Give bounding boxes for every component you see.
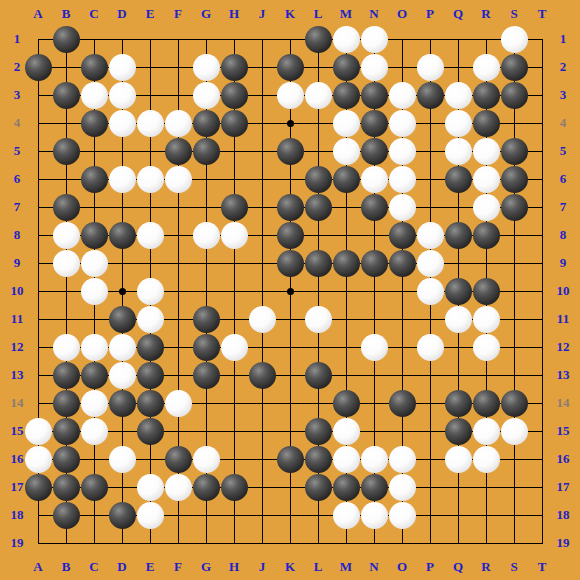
black-stone[interactable]	[333, 474, 360, 501]
row-label: 14	[548, 395, 578, 410]
black-stone[interactable]	[389, 250, 416, 277]
white-stone[interactable]	[165, 474, 192, 501]
row-label: 18	[548, 507, 578, 522]
white-stone[interactable]	[333, 502, 360, 529]
white-stone[interactable]	[501, 418, 528, 445]
white-stone[interactable]	[445, 82, 472, 109]
row-label: 13	[2, 367, 32, 382]
row-label: 10	[548, 283, 578, 298]
white-stone[interactable]	[109, 82, 136, 109]
black-stone[interactable]	[53, 82, 80, 109]
black-stone[interactable]	[361, 474, 388, 501]
white-stone[interactable]	[109, 166, 136, 193]
row-label: 5	[548, 143, 578, 158]
white-stone[interactable]	[305, 82, 332, 109]
white-stone[interactable]	[221, 334, 248, 361]
black-stone[interactable]	[361, 82, 388, 109]
row-label: 15	[548, 423, 578, 438]
black-stone[interactable]	[333, 166, 360, 193]
row-label: 7	[548, 199, 578, 214]
black-stone[interactable]	[305, 474, 332, 501]
column-label: P	[416, 6, 444, 21]
white-stone[interactable]	[389, 166, 416, 193]
white-stone[interactable]	[305, 306, 332, 333]
black-stone[interactable]	[473, 110, 500, 137]
black-stone[interactable]	[501, 166, 528, 193]
black-stone[interactable]	[221, 474, 248, 501]
column-label: A	[24, 559, 52, 574]
column-label: N	[360, 6, 388, 21]
row-label: 4	[548, 115, 578, 130]
black-stone[interactable]	[501, 54, 528, 81]
column-label: Q	[444, 559, 472, 574]
white-stone[interactable]	[277, 82, 304, 109]
row-label: 3	[548, 87, 578, 102]
column-label: K	[276, 6, 304, 21]
black-stone[interactable]	[81, 166, 108, 193]
white-stone[interactable]	[165, 110, 192, 137]
black-stone[interactable]	[417, 82, 444, 109]
black-stone[interactable]	[53, 418, 80, 445]
column-label: P	[416, 559, 444, 574]
white-stone[interactable]	[445, 306, 472, 333]
white-stone[interactable]	[445, 138, 472, 165]
column-label: K	[276, 559, 304, 574]
row-label: 9	[2, 255, 32, 270]
black-stone[interactable]	[445, 390, 472, 417]
white-stone[interactable]	[137, 306, 164, 333]
column-label: S	[500, 6, 528, 21]
black-stone[interactable]	[305, 194, 332, 221]
white-stone[interactable]	[445, 446, 472, 473]
black-stone[interactable]	[53, 390, 80, 417]
white-stone[interactable]	[389, 502, 416, 529]
black-stone[interactable]	[221, 194, 248, 221]
column-label: H	[220, 6, 248, 21]
black-stone[interactable]	[333, 82, 360, 109]
white-stone[interactable]	[137, 166, 164, 193]
black-stone[interactable]	[109, 502, 136, 529]
black-stone[interactable]	[193, 362, 220, 389]
column-label: J	[248, 559, 276, 574]
star-point	[287, 120, 294, 127]
white-stone[interactable]	[417, 222, 444, 249]
white-stone[interactable]	[193, 82, 220, 109]
row-label: 12	[2, 339, 32, 354]
column-label: L	[304, 6, 332, 21]
black-stone[interactable]	[305, 26, 332, 53]
black-stone[interactable]	[333, 54, 360, 81]
white-stone[interactable]	[389, 110, 416, 137]
white-stone[interactable]	[417, 250, 444, 277]
black-stone[interactable]	[333, 390, 360, 417]
white-stone[interactable]	[473, 446, 500, 473]
row-label: 18	[2, 507, 32, 522]
row-label: 5	[2, 143, 32, 158]
row-label: 11	[548, 311, 578, 326]
black-stone[interactable]	[501, 194, 528, 221]
white-stone[interactable]	[81, 278, 108, 305]
black-stone[interactable]	[137, 334, 164, 361]
black-stone[interactable]	[53, 194, 80, 221]
white-stone[interactable]	[361, 166, 388, 193]
row-label: 19	[548, 535, 578, 550]
column-label: G	[192, 559, 220, 574]
column-label: M	[332, 6, 360, 21]
column-label: J	[248, 6, 276, 21]
black-stone[interactable]	[53, 138, 80, 165]
black-stone[interactable]	[361, 138, 388, 165]
white-stone[interactable]	[81, 390, 108, 417]
row-label: 9	[548, 255, 578, 270]
white-stone[interactable]	[473, 418, 500, 445]
white-stone[interactable]	[193, 54, 220, 81]
column-label: B	[52, 559, 80, 574]
black-stone[interactable]	[445, 278, 472, 305]
column-label: B	[52, 6, 80, 21]
white-stone[interactable]	[333, 446, 360, 473]
row-label: 2	[548, 59, 578, 74]
column-label: M	[332, 559, 360, 574]
black-stone[interactable]	[501, 138, 528, 165]
row-label: 1	[548, 31, 578, 46]
black-stone[interactable]	[81, 110, 108, 137]
column-label: C	[80, 6, 108, 21]
row-label: 13	[548, 367, 578, 382]
black-stone[interactable]	[445, 222, 472, 249]
row-label: 6	[2, 171, 32, 186]
white-stone[interactable]	[221, 222, 248, 249]
black-stone[interactable]	[501, 82, 528, 109]
white-stone[interactable]	[109, 334, 136, 361]
white-stone[interactable]	[333, 26, 360, 53]
column-label: T	[528, 559, 556, 574]
white-stone[interactable]	[333, 110, 360, 137]
black-stone[interactable]	[53, 362, 80, 389]
column-label: G	[192, 6, 220, 21]
black-stone[interactable]	[473, 390, 500, 417]
black-stone[interactable]	[137, 390, 164, 417]
black-stone[interactable]	[165, 446, 192, 473]
white-stone[interactable]	[361, 446, 388, 473]
column-label: L	[304, 559, 332, 574]
column-label: F	[164, 6, 192, 21]
black-stone[interactable]	[193, 474, 220, 501]
row-label: 17	[2, 479, 32, 494]
column-label: C	[80, 559, 108, 574]
column-label: S	[500, 559, 528, 574]
column-label: N	[360, 559, 388, 574]
black-stone[interactable]	[361, 250, 388, 277]
white-stone[interactable]	[473, 194, 500, 221]
white-stone[interactable]	[109, 362, 136, 389]
white-stone[interactable]	[333, 418, 360, 445]
white-stone[interactable]	[473, 166, 500, 193]
black-stone[interactable]	[473, 278, 500, 305]
column-label: H	[220, 559, 248, 574]
black-stone[interactable]	[473, 222, 500, 249]
black-stone[interactable]	[305, 362, 332, 389]
black-stone[interactable]	[501, 390, 528, 417]
black-stone[interactable]	[53, 446, 80, 473]
white-stone[interactable]	[53, 222, 80, 249]
white-stone[interactable]	[249, 306, 276, 333]
row-label: 6	[548, 171, 578, 186]
white-stone[interactable]	[473, 306, 500, 333]
white-stone[interactable]	[53, 334, 80, 361]
white-stone[interactable]	[81, 250, 108, 277]
white-stone[interactable]	[81, 334, 108, 361]
black-stone[interactable]	[81, 474, 108, 501]
row-label: 17	[548, 479, 578, 494]
column-label: O	[388, 559, 416, 574]
black-stone[interactable]	[361, 110, 388, 137]
black-stone[interactable]	[137, 362, 164, 389]
black-stone[interactable]	[277, 54, 304, 81]
white-stone[interactable]	[193, 446, 220, 473]
black-stone[interactable]	[81, 54, 108, 81]
white-stone[interactable]	[501, 26, 528, 53]
black-stone[interactable]	[305, 446, 332, 473]
column-label: T	[528, 6, 556, 21]
black-stone[interactable]	[333, 250, 360, 277]
white-stone[interactable]	[389, 194, 416, 221]
black-stone[interactable]	[137, 418, 164, 445]
white-stone[interactable]	[445, 110, 472, 137]
row-label: 7	[2, 199, 32, 214]
row-label: 8	[2, 227, 32, 242]
black-stone[interactable]	[445, 418, 472, 445]
white-stone[interactable]	[389, 138, 416, 165]
white-stone[interactable]	[361, 502, 388, 529]
black-stone[interactable]	[473, 82, 500, 109]
black-stone[interactable]	[249, 362, 276, 389]
column-label: R	[472, 559, 500, 574]
white-stone[interactable]	[137, 502, 164, 529]
white-stone[interactable]	[417, 334, 444, 361]
white-stone[interactable]	[137, 278, 164, 305]
white-stone[interactable]	[137, 110, 164, 137]
row-label: 11	[2, 311, 32, 326]
black-stone[interactable]	[389, 390, 416, 417]
black-stone[interactable]	[53, 26, 80, 53]
white-stone[interactable]	[53, 250, 80, 277]
white-stone[interactable]	[361, 334, 388, 361]
black-stone[interactable]	[361, 194, 388, 221]
white-stone[interactable]	[137, 474, 164, 501]
black-stone[interactable]	[81, 222, 108, 249]
white-stone[interactable]	[165, 390, 192, 417]
row-label: 4	[2, 115, 32, 130]
column-label: O	[388, 6, 416, 21]
white-stone[interactable]	[165, 166, 192, 193]
white-stone[interactable]	[81, 418, 108, 445]
black-stone[interactable]	[305, 250, 332, 277]
white-stone[interactable]	[81, 82, 108, 109]
row-label: 19	[2, 535, 32, 550]
white-stone[interactable]	[473, 138, 500, 165]
black-stone[interactable]	[53, 502, 80, 529]
star-point	[119, 288, 126, 295]
column-label: F	[164, 559, 192, 574]
black-stone[interactable]	[277, 446, 304, 473]
black-stone[interactable]	[81, 362, 108, 389]
black-stone[interactable]	[277, 194, 304, 221]
white-stone[interactable]	[193, 222, 220, 249]
white-stone[interactable]	[109, 446, 136, 473]
black-stone[interactable]	[53, 474, 80, 501]
column-label: E	[136, 6, 164, 21]
black-stone[interactable]	[277, 138, 304, 165]
column-label: D	[108, 6, 136, 21]
black-stone[interactable]	[109, 306, 136, 333]
column-label: Q	[444, 6, 472, 21]
black-stone[interactable]	[221, 110, 248, 137]
white-stone[interactable]	[389, 82, 416, 109]
black-stone[interactable]	[445, 166, 472, 193]
row-label: 2	[2, 59, 32, 74]
black-stone[interactable]	[109, 222, 136, 249]
go-board[interactable]: AABBCCDDEEFFGGHHJJKKLLMMNNOOPPQQRRSSTT11…	[0, 0, 580, 580]
column-label: E	[136, 559, 164, 574]
black-stone[interactable]	[277, 250, 304, 277]
row-label: 16	[548, 451, 578, 466]
black-stone[interactable]	[193, 334, 220, 361]
white-stone[interactable]	[333, 138, 360, 165]
white-stone[interactable]	[417, 54, 444, 81]
black-stone[interactable]	[221, 54, 248, 81]
white-stone[interactable]	[361, 26, 388, 53]
row-label: 14	[2, 395, 32, 410]
black-stone[interactable]	[305, 418, 332, 445]
row-label: 8	[548, 227, 578, 242]
white-stone[interactable]	[137, 222, 164, 249]
white-stone[interactable]	[361, 54, 388, 81]
black-stone[interactable]	[165, 138, 192, 165]
column-label: R	[472, 6, 500, 21]
row-label: 12	[548, 339, 578, 354]
white-stone[interactable]	[417, 278, 444, 305]
white-stone[interactable]	[473, 54, 500, 81]
white-stone[interactable]	[389, 474, 416, 501]
black-stone[interactable]	[221, 82, 248, 109]
white-stone[interactable]	[109, 110, 136, 137]
black-stone[interactable]	[389, 222, 416, 249]
white-stone[interactable]	[389, 446, 416, 473]
row-label: 16	[2, 451, 32, 466]
black-stone[interactable]	[109, 390, 136, 417]
row-label: 3	[2, 87, 32, 102]
row-label: 10	[2, 283, 32, 298]
white-stone[interactable]	[109, 54, 136, 81]
black-stone[interactable]	[305, 166, 332, 193]
row-label: 15	[2, 423, 32, 438]
black-stone[interactable]	[277, 222, 304, 249]
black-stone[interactable]	[193, 110, 220, 137]
column-label: A	[24, 6, 52, 21]
white-stone[interactable]	[473, 334, 500, 361]
row-label: 1	[2, 31, 32, 46]
column-label: D	[108, 559, 136, 574]
black-stone[interactable]	[193, 138, 220, 165]
star-point	[287, 288, 294, 295]
black-stone[interactable]	[193, 306, 220, 333]
